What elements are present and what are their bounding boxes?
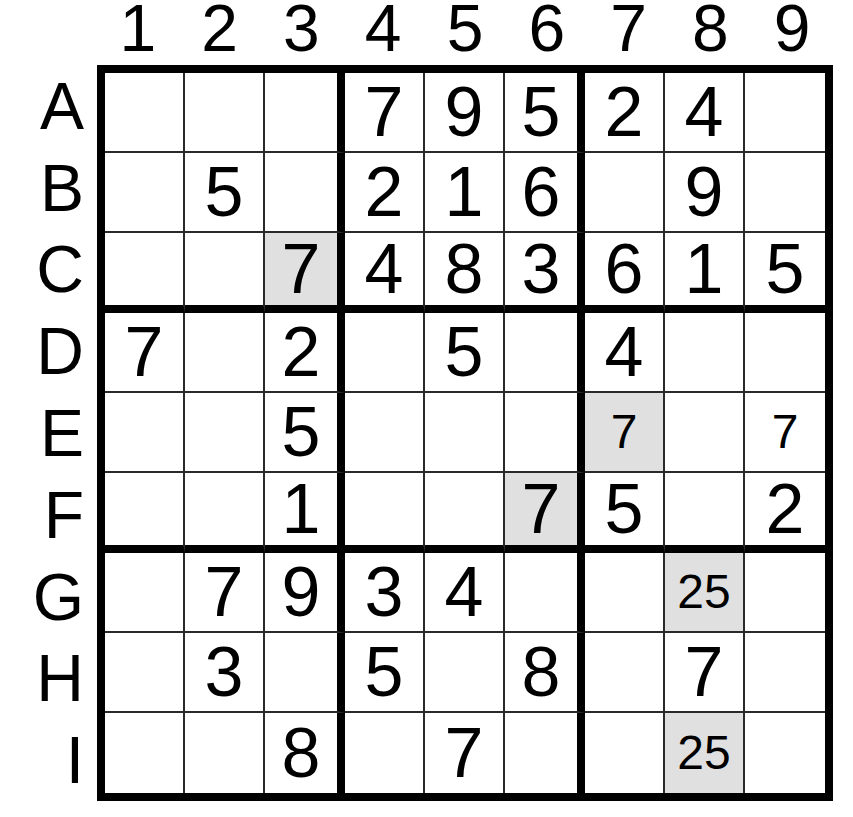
row-labels: ABCDEFGHI <box>0 65 97 801</box>
cell-A7[interactable]: 2 <box>585 73 665 153</box>
cell-I1[interactable] <box>105 713 185 793</box>
col-label-5: 5 <box>424 0 506 65</box>
cell-I9[interactable] <box>745 713 825 793</box>
cell-I6[interactable] <box>505 713 585 793</box>
cell-B9[interactable] <box>745 153 825 233</box>
cell-A8[interactable]: 4 <box>665 73 745 153</box>
cell-I2[interactable] <box>185 713 265 793</box>
cell-G6[interactable] <box>505 553 585 633</box>
cell-B4[interactable]: 2 <box>345 153 425 233</box>
cell-D4[interactable] <box>345 313 425 393</box>
cell-A3[interactable] <box>265 73 345 153</box>
col-label-4: 4 <box>342 0 424 65</box>
col-label-1: 1 <box>97 0 179 65</box>
cell-B6[interactable]: 6 <box>505 153 585 233</box>
col-label-3: 3 <box>261 0 343 65</box>
cell-D6[interactable] <box>505 313 585 393</box>
cell-I5[interactable]: 7 <box>425 713 505 793</box>
cell-E4[interactable] <box>345 393 425 473</box>
corner-spacer <box>0 0 97 65</box>
cell-D5[interactable]: 5 <box>425 313 505 393</box>
cell-F6[interactable]: 7 <box>505 473 585 553</box>
cell-F2[interactable] <box>185 473 265 553</box>
sudoku-grid: 7952452169748361572545771752793425358787… <box>97 65 833 801</box>
cell-I7[interactable] <box>585 713 665 793</box>
cell-A1[interactable] <box>105 73 185 153</box>
cell-F3[interactable]: 1 <box>265 473 345 553</box>
col-label-6: 6 <box>506 0 588 65</box>
cell-F9[interactable]: 2 <box>745 473 825 553</box>
row-label-H: H <box>0 637 97 719</box>
cell-C5[interactable]: 8 <box>425 233 505 313</box>
cell-B2[interactable]: 5 <box>185 153 265 233</box>
cell-C7[interactable]: 6 <box>585 233 665 313</box>
row-label-F: F <box>0 474 97 556</box>
cell-D1[interactable]: 7 <box>105 313 185 393</box>
row-label-D: D <box>0 310 97 392</box>
cell-E8[interactable] <box>665 393 745 473</box>
cell-H1[interactable] <box>105 633 185 713</box>
cell-H4[interactable]: 5 <box>345 633 425 713</box>
cell-H6[interactable]: 8 <box>505 633 585 713</box>
cell-H7[interactable] <box>585 633 665 713</box>
cell-D8[interactable] <box>665 313 745 393</box>
cell-H3[interactable] <box>265 633 345 713</box>
cell-C3[interactable]: 7 <box>265 233 345 313</box>
row-label-C: C <box>0 229 97 311</box>
cell-I3[interactable]: 8 <box>265 713 345 793</box>
cell-F8[interactable] <box>665 473 745 553</box>
cell-C4[interactable]: 4 <box>345 233 425 313</box>
cell-F7[interactable]: 5 <box>585 473 665 553</box>
cell-A9[interactable] <box>745 73 825 153</box>
cell-F4[interactable] <box>345 473 425 553</box>
cell-E7[interactable]: 7 <box>585 393 665 473</box>
cell-B8[interactable]: 9 <box>665 153 745 233</box>
cell-B1[interactable] <box>105 153 185 233</box>
sudoku-board: 123456789 ABCDEFGHI 79524521697483615725… <box>0 0 853 817</box>
cell-C6[interactable]: 3 <box>505 233 585 313</box>
cell-G2[interactable]: 7 <box>185 553 265 633</box>
cell-A6[interactable]: 5 <box>505 73 585 153</box>
cell-D9[interactable] <box>745 313 825 393</box>
cell-E9[interactable]: 7 <box>745 393 825 473</box>
cell-F5[interactable] <box>425 473 505 553</box>
cell-E6[interactable] <box>505 393 585 473</box>
cell-A5[interactable]: 9 <box>425 73 505 153</box>
col-label-9: 9 <box>751 0 833 65</box>
cell-C1[interactable] <box>105 233 185 313</box>
cell-E5[interactable] <box>425 393 505 473</box>
cell-H9[interactable] <box>745 633 825 713</box>
cell-C2[interactable] <box>185 233 265 313</box>
cell-H2[interactable]: 3 <box>185 633 265 713</box>
row-label-E: E <box>0 392 97 474</box>
cell-G7[interactable] <box>585 553 665 633</box>
cell-C9[interactable]: 5 <box>745 233 825 313</box>
cell-D3[interactable]: 2 <box>265 313 345 393</box>
cell-I4[interactable] <box>345 713 425 793</box>
cell-B5[interactable]: 1 <box>425 153 505 233</box>
cell-A4[interactable]: 7 <box>345 73 425 153</box>
cell-G4[interactable]: 3 <box>345 553 425 633</box>
cell-E2[interactable] <box>185 393 265 473</box>
cell-F1[interactable] <box>105 473 185 553</box>
col-label-8: 8 <box>669 0 751 65</box>
cell-D7[interactable]: 4 <box>585 313 665 393</box>
cell-G5[interactable]: 4 <box>425 553 505 633</box>
cell-B3[interactable] <box>265 153 345 233</box>
row-label-I: I <box>0 719 97 801</box>
cell-H8[interactable]: 7 <box>665 633 745 713</box>
cell-D2[interactable] <box>185 313 265 393</box>
cell-E3[interactable]: 5 <box>265 393 345 473</box>
cell-G3[interactable]: 9 <box>265 553 345 633</box>
cell-G9[interactable] <box>745 553 825 633</box>
row-label-G: G <box>0 556 97 638</box>
col-label-2: 2 <box>179 0 261 65</box>
cell-I8[interactable]: 25 <box>665 713 745 793</box>
row-label-B: B <box>0 147 97 229</box>
col-label-7: 7 <box>588 0 670 65</box>
cell-C8[interactable]: 1 <box>665 233 745 313</box>
row-label-A: A <box>0 65 97 147</box>
cell-E1[interactable] <box>105 393 185 473</box>
cell-G1[interactable] <box>105 553 185 633</box>
cell-H5[interactable] <box>425 633 505 713</box>
cell-G8[interactable]: 25 <box>665 553 745 633</box>
cell-A2[interactable] <box>185 73 265 153</box>
cell-B7[interactable] <box>585 153 665 233</box>
column-labels: 123456789 <box>97 0 833 65</box>
